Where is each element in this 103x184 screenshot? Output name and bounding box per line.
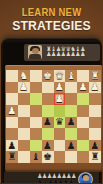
square-c8[interactable] (65, 151, 77, 163)
square-e6[interactable] (42, 128, 54, 140)
square-d6[interactable] (54, 128, 66, 140)
square-a7[interactable]: ♟ (89, 140, 101, 152)
square-h2[interactable] (6, 82, 18, 94)
white-pawn: ♟ (19, 82, 28, 92)
square-f4[interactable] (30, 105, 42, 117)
square-h3[interactable] (6, 93, 18, 105)
tablet-device: ♜♝♟♛♛♞♝♟ ♟♟♟♟♟♟♟♟ ♞♚♛♝♜♟♟♟♟♟♟♟♛♟♟♟♟♟♜♝♚♜… (1, 38, 102, 183)
square-f8[interactable]: ♝ (30, 151, 42, 163)
board-wooden-frame: ♞♚♛♝♜♟♟♟♟♟♟♟♛♟♟♟♟♟♜♝♚♜ (5, 65, 102, 172)
black-pawn: ♟ (91, 141, 100, 151)
square-b4[interactable] (77, 105, 89, 117)
square-a5[interactable] (89, 117, 101, 129)
square-a3[interactable] (89, 93, 101, 105)
white-knight: ♞ (19, 71, 28, 81)
black-pawn: ♟ (43, 141, 52, 151)
square-a6[interactable] (89, 128, 101, 140)
square-c6[interactable] (65, 128, 77, 140)
square-h7[interactable]: ♟ (6, 140, 18, 152)
chess-board: ♞♚♛♝♜♟♟♟♟♟♟♟♛♟♟♟♟♟♜♝♚♜ (6, 70, 101, 163)
square-e1[interactable]: ♚ (42, 70, 54, 82)
square-e8[interactable]: ♚ (42, 151, 54, 163)
square-f3[interactable] (30, 93, 42, 105)
top-captured-pieces-tray: ♜♝♟♛♛♞♝♟ ♟♟♟♟♟♟♟♟ (46, 46, 85, 57)
square-g3[interactable] (18, 93, 30, 105)
banner: LEARN NEW STRATEGIES (0, 0, 103, 33)
bottom-captured-pieces-row: ♞♝♟♟♟♞♟ (37, 179, 73, 183)
square-a2[interactable]: ♟ (89, 82, 101, 94)
square-b1[interactable] (77, 70, 89, 82)
square-e2[interactable] (42, 82, 54, 94)
black-rook: ♜ (91, 152, 100, 162)
square-e4[interactable] (42, 105, 54, 117)
avatar-shirt (29, 54, 41, 59)
avatar-face (83, 175, 89, 181)
white-pawn: ♟ (79, 82, 88, 92)
black-pawn: ♟ (67, 117, 76, 127)
black-king: ♚ (43, 152, 52, 162)
square-b3[interactable] (77, 93, 89, 105)
square-c5[interactable]: ♟ (65, 117, 77, 129)
black-pawn: ♟ (67, 141, 76, 151)
square-b7[interactable] (77, 140, 89, 152)
square-d7[interactable] (54, 140, 66, 152)
square-b8[interactable] (77, 151, 89, 163)
square-c4[interactable] (65, 105, 77, 117)
square-c2[interactable] (65, 82, 77, 94)
white-rook: ♜ (91, 71, 100, 81)
avatar-shirt (80, 181, 91, 183)
square-c7[interactable]: ♟ (65, 140, 77, 152)
square-f7[interactable] (30, 140, 42, 152)
square-h4[interactable]: ♟ (6, 105, 18, 117)
square-g2[interactable]: ♟ (18, 82, 30, 94)
top-player-avatar[interactable] (28, 45, 42, 59)
white-pawn: ♟ (7, 106, 16, 116)
square-e5[interactable]: ♟ (42, 117, 54, 129)
square-g4[interactable] (18, 105, 30, 117)
square-a1[interactable]: ♜ (89, 70, 101, 82)
square-d8[interactable] (54, 151, 66, 163)
square-e3[interactable] (42, 93, 54, 105)
square-b2[interactable]: ♟ (77, 82, 89, 94)
white-queen: ♛ (55, 71, 64, 81)
black-queen: ♛ (55, 117, 64, 127)
banner-line2: STRATEGIES (5, 18, 98, 33)
square-h8[interactable]: ♜ (6, 151, 18, 163)
square-c1[interactable]: ♝ (65, 70, 77, 82)
black-rook: ♜ (7, 152, 16, 162)
square-e7[interactable]: ♟ (42, 140, 54, 152)
square-d2[interactable]: ♟ (54, 82, 66, 94)
white-bishop: ♝ (67, 71, 76, 81)
square-h1[interactable] (6, 70, 18, 82)
white-king: ♚ (43, 71, 52, 81)
captured-pawns-row: ♟♟♟♟♟♟♟♟ (46, 51, 85, 57)
black-pawn: ♟ (7, 141, 16, 151)
square-f1[interactable] (30, 70, 42, 82)
white-pawn: ♟ (55, 82, 64, 92)
square-a4[interactable] (89, 105, 101, 117)
black-bishop: ♝ (31, 152, 40, 162)
square-f2[interactable] (30, 82, 42, 94)
square-g6[interactable] (18, 128, 30, 140)
square-h5[interactable] (6, 117, 18, 129)
square-d4[interactable] (54, 105, 66, 117)
white-pawn: ♟ (91, 82, 100, 92)
square-d5[interactable]: ♛ (54, 117, 66, 129)
square-c3[interactable] (65, 93, 77, 105)
bottom-player-avatar[interactable] (79, 173, 92, 184)
square-b5[interactable] (77, 117, 89, 129)
square-a8[interactable]: ♜ (89, 151, 101, 163)
square-b6[interactable] (77, 128, 89, 140)
square-h6[interactable] (6, 128, 18, 140)
banner-line1: LEARN NEW (5, 6, 98, 18)
square-f6[interactable] (30, 128, 42, 140)
square-d3[interactable]: ♟ (54, 93, 66, 105)
white-pawn: ♟ (55, 94, 64, 104)
app-screen: ♜♝♟♛♛♞♝♟ ♟♟♟♟♟♟♟♟ ♞♚♛♝♜♟♟♟♟♟♟♟♛♟♟♟♟♟♜♝♚♜… (3, 42, 100, 183)
square-d1[interactable]: ♛ (54, 70, 66, 82)
square-f5[interactable] (30, 117, 42, 129)
square-g1[interactable]: ♞ (18, 70, 30, 82)
square-g8[interactable] (18, 151, 30, 163)
black-pawn: ♟ (43, 117, 52, 127)
square-g5[interactable] (18, 117, 30, 129)
ad-screenshot: LEARN NEW STRATEGIES ♜♝♟♛♛♞♝♟ ♟♟♟♟♟♟♟♟ ♞… (0, 0, 103, 183)
square-g7[interactable] (18, 140, 30, 152)
